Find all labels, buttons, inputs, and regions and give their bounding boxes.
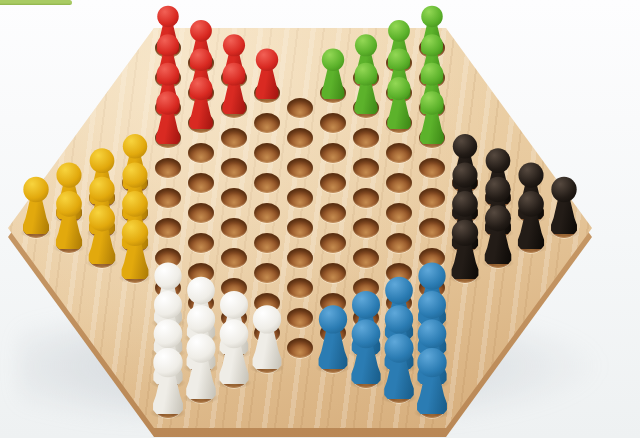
peg-head — [189, 77, 212, 100]
peg-head — [23, 177, 48, 202]
peg-head — [485, 205, 511, 231]
peg-head — [186, 334, 215, 363]
peg-head — [122, 163, 147, 188]
pegs-layer — [0, 0, 640, 438]
peg-head — [89, 177, 114, 202]
peg-head — [352, 291, 380, 319]
peg-head — [355, 34, 377, 56]
peg-black-16-0[interactable] — [549, 177, 579, 234]
peg-head — [187, 277, 215, 305]
peg-head — [322, 49, 344, 71]
peg-head — [452, 163, 477, 188]
peg-blue-9-9[interactable] — [316, 305, 349, 369]
peg-head — [418, 262, 445, 289]
peg-head — [90, 148, 115, 173]
peg-head — [56, 163, 81, 188]
peg-head — [154, 262, 181, 289]
peg-green-12-3[interactable] — [418, 91, 445, 144]
peg-head — [220, 319, 249, 348]
peg-head — [518, 191, 544, 217]
peg-head — [388, 49, 410, 71]
peg-white-5-11[interactable] — [184, 334, 218, 399]
peg-head — [486, 148, 511, 173]
peg-blue-12-12[interactable] — [415, 348, 449, 414]
peg-black-15-1[interactable] — [516, 191, 546, 249]
peg-head — [385, 277, 413, 305]
peg-head — [387, 77, 410, 100]
peg-head — [421, 34, 443, 56]
peg-head — [385, 305, 413, 333]
peg-red-6-1[interactable] — [221, 63, 248, 114]
peg-head — [551, 177, 576, 202]
peg-head — [418, 291, 446, 319]
peg-yellow-2-2[interactable] — [87, 205, 117, 264]
peg-head — [421, 63, 444, 86]
peg-head — [256, 49, 278, 71]
peg-head — [420, 91, 443, 114]
peg-white-4-12[interactable] — [151, 348, 185, 414]
peg-head — [156, 91, 179, 114]
peg-head — [485, 177, 510, 202]
peg-head — [253, 305, 281, 333]
peg-head — [518, 163, 543, 188]
peg-head — [187, 305, 215, 333]
peg-head — [453, 134, 477, 158]
peg-head — [452, 220, 478, 246]
peg-head — [122, 220, 148, 246]
peg-head — [56, 191, 82, 217]
peg-head — [123, 134, 147, 158]
peg-head — [157, 63, 180, 86]
peg-red-7-0[interactable] — [254, 49, 280, 99]
peg-head — [190, 49, 212, 71]
peg-green-11-2[interactable] — [386, 77, 413, 129]
peg-black-13-3[interactable] — [450, 220, 481, 279]
peg-head — [384, 334, 413, 363]
peg-head — [157, 6, 178, 27]
peg-head — [388, 20, 410, 42]
peg-head — [154, 319, 183, 348]
peg-head — [352, 319, 381, 348]
peg-head — [355, 63, 378, 86]
peg-head — [89, 205, 115, 231]
peg-head — [421, 6, 442, 27]
peg-head — [153, 348, 182, 377]
peg-blue-11-11[interactable] — [382, 334, 416, 399]
peg-yellow-1-1[interactable] — [54, 191, 84, 249]
peg-red-4-3[interactable] — [154, 91, 181, 144]
peg-blue-10-10[interactable] — [349, 319, 382, 384]
peg-red-5-2[interactable] — [188, 77, 215, 129]
peg-white-7-9[interactable] — [250, 305, 283, 369]
scene — [0, 0, 640, 438]
peg-white-6-10[interactable] — [217, 319, 250, 384]
peg-head — [122, 191, 148, 217]
peg-head — [223, 63, 246, 86]
peg-head — [223, 34, 245, 56]
peg-yellow-3-3[interactable] — [120, 220, 151, 279]
peg-head — [319, 305, 347, 333]
peg-head — [417, 348, 446, 377]
peg-green-10-1[interactable] — [353, 63, 380, 114]
peg-head — [220, 291, 248, 319]
peg-yellow-0-0[interactable] — [21, 177, 51, 234]
peg-head — [157, 34, 179, 56]
peg-black-14-2[interactable] — [483, 205, 513, 264]
peg-head — [452, 191, 478, 217]
peg-head — [154, 291, 182, 319]
peg-head — [418, 319, 447, 348]
peg-head — [190, 20, 212, 42]
peg-green-9-0[interactable] — [320, 49, 346, 99]
